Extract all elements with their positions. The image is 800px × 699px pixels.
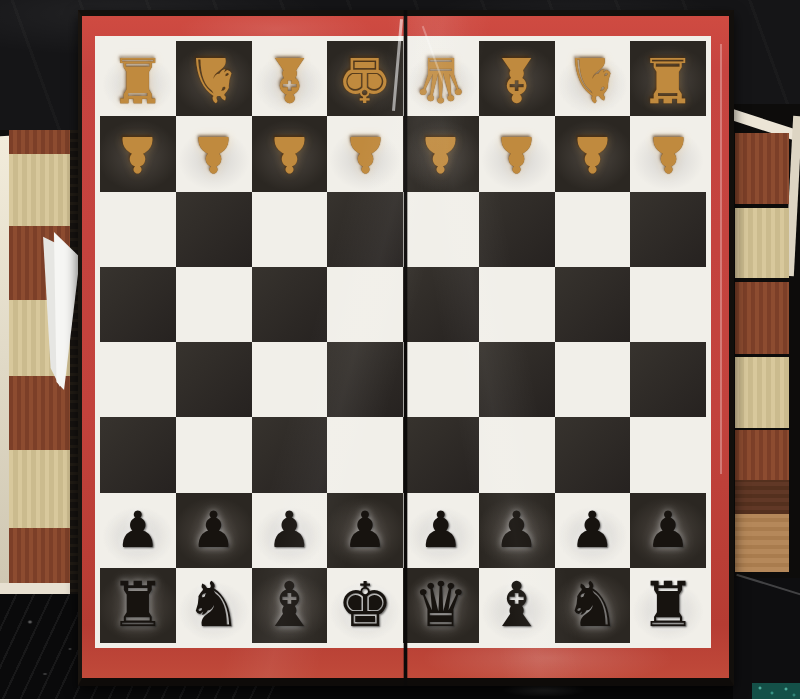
square-h4 bbox=[100, 267, 176, 342]
piece-black-pawn: ♟ bbox=[343, 505, 388, 555]
paper-sheets bbox=[38, 232, 80, 390]
piece-white-knight: ♞ bbox=[565, 48, 621, 110]
square-d4 bbox=[403, 267, 479, 342]
square-f5 bbox=[252, 342, 328, 417]
square-e6 bbox=[327, 417, 403, 492]
piece-white-bishop: ♝ bbox=[262, 48, 318, 110]
square-h7: ♟ bbox=[100, 493, 176, 568]
wood-square bbox=[735, 357, 789, 428]
piece-white-pawn: ♟ bbox=[343, 129, 388, 179]
square-c5 bbox=[479, 342, 555, 417]
wood-square bbox=[735, 208, 789, 278]
leather-edge-highlight bbox=[736, 574, 800, 596]
square-d6 bbox=[403, 417, 479, 492]
square-h6 bbox=[100, 417, 176, 492]
piece-black-pawn: ♟ bbox=[570, 505, 615, 555]
square-b6 bbox=[555, 417, 631, 492]
wood-square bbox=[735, 430, 789, 480]
square-b4 bbox=[555, 267, 631, 342]
square-b1: ♞ bbox=[555, 41, 631, 116]
piece-white-bishop: ♝ bbox=[489, 48, 545, 110]
square-g4 bbox=[176, 267, 252, 342]
square-b5 bbox=[555, 342, 631, 417]
square-h1: ♜ bbox=[100, 41, 176, 116]
square-f4 bbox=[252, 267, 328, 342]
wood-square bbox=[9, 154, 71, 226]
piece-white-pawn: ♟ bbox=[418, 129, 463, 179]
chessboard-lid: ♜♞♝♚♛♝♞♜♟♟♟♟♟♟♟♟♟♟♟♟♟♟♟♟♜♞♝♚♛♝♞♜ bbox=[78, 10, 734, 686]
wood-square bbox=[9, 528, 71, 583]
piece-white-pawn: ♟ bbox=[494, 129, 539, 179]
piece-black-bishop: ♝ bbox=[262, 574, 318, 636]
square-f1: ♝ bbox=[252, 41, 328, 116]
square-a8: ♜ bbox=[630, 568, 706, 643]
square-c1: ♝ bbox=[479, 41, 555, 116]
piece-black-king: ♚ bbox=[337, 574, 393, 636]
piece-black-pawn: ♟ bbox=[191, 505, 236, 555]
piece-white-pawn: ♟ bbox=[646, 129, 691, 179]
square-h5 bbox=[100, 342, 176, 417]
piece-black-queen: ♛ bbox=[413, 574, 469, 636]
piece-white-pawn: ♟ bbox=[115, 129, 160, 179]
shrink-wrap-edge-highlight bbox=[720, 44, 722, 474]
square-g8: ♞ bbox=[176, 568, 252, 643]
square-a5 bbox=[630, 342, 706, 417]
square-g2: ♟ bbox=[176, 116, 252, 191]
piece-white-rook: ♜ bbox=[110, 48, 166, 110]
square-f2: ♟ bbox=[252, 116, 328, 191]
square-a2: ♟ bbox=[630, 116, 706, 191]
floor-right bbox=[733, 578, 800, 699]
square-d5 bbox=[403, 342, 479, 417]
wood-square bbox=[735, 133, 789, 204]
piece-black-knight: ♞ bbox=[565, 574, 621, 636]
piece-white-pawn: ♟ bbox=[191, 129, 236, 179]
piece-black-pawn: ♟ bbox=[494, 505, 539, 555]
square-c8: ♝ bbox=[479, 568, 555, 643]
square-g6 bbox=[176, 417, 252, 492]
square-e4 bbox=[327, 267, 403, 342]
photo-scene: ♜♞♝♚♛♝♞♜♟♟♟♟♟♟♟♟♟♟♟♟♟♟♟♟♜♞♝♚♛♝♞♜ bbox=[0, 0, 800, 699]
square-c6 bbox=[479, 417, 555, 492]
square-f3 bbox=[252, 192, 328, 267]
square-f7: ♟ bbox=[252, 493, 328, 568]
box-frame-wood bbox=[735, 514, 789, 572]
square-c2: ♟ bbox=[479, 116, 555, 191]
teal-fabric bbox=[752, 683, 800, 699]
square-a3 bbox=[630, 192, 706, 267]
square-d8: ♛ bbox=[403, 568, 479, 643]
piece-black-pawn: ♟ bbox=[646, 505, 691, 555]
square-e3 bbox=[327, 192, 403, 267]
square-d7: ♟ bbox=[403, 493, 479, 568]
square-f8: ♝ bbox=[252, 568, 328, 643]
wood-square bbox=[735, 282, 789, 354]
square-c7: ♟ bbox=[479, 493, 555, 568]
piece-black-knight: ♞ bbox=[186, 574, 242, 636]
piece-black-rook: ♜ bbox=[110, 574, 166, 636]
square-e2: ♟ bbox=[327, 116, 403, 191]
wooden-box-right bbox=[733, 104, 800, 578]
square-c4 bbox=[479, 267, 555, 342]
piece-white-rook: ♜ bbox=[640, 48, 696, 110]
square-h3 bbox=[100, 192, 176, 267]
square-b7: ♟ bbox=[555, 493, 631, 568]
square-b2: ♟ bbox=[555, 116, 631, 191]
square-g3 bbox=[176, 192, 252, 267]
square-f6 bbox=[252, 417, 328, 492]
square-c3 bbox=[479, 192, 555, 267]
piece-black-pawn: ♟ bbox=[267, 505, 312, 555]
square-a4 bbox=[630, 267, 706, 342]
piece-black-pawn: ♟ bbox=[418, 505, 463, 555]
fold-seam bbox=[403, 10, 408, 686]
square-b3 bbox=[555, 192, 631, 267]
piece-white-pawn: ♟ bbox=[267, 129, 312, 179]
square-e5 bbox=[327, 342, 403, 417]
square-d2: ♟ bbox=[403, 116, 479, 191]
box-frame-wood bbox=[735, 480, 789, 514]
square-g5 bbox=[176, 342, 252, 417]
square-a7: ♟ bbox=[630, 493, 706, 568]
square-h8: ♜ bbox=[100, 568, 176, 643]
square-e7: ♟ bbox=[327, 493, 403, 568]
square-a1: ♜ bbox=[630, 41, 706, 116]
square-g7: ♟ bbox=[176, 493, 252, 568]
square-e8: ♚ bbox=[327, 568, 403, 643]
wood-square bbox=[9, 130, 71, 154]
piece-black-bishop: ♝ bbox=[489, 574, 545, 636]
piece-white-pawn: ♟ bbox=[570, 129, 615, 179]
piece-black-rook: ♜ bbox=[640, 574, 696, 636]
square-b8: ♞ bbox=[555, 568, 631, 643]
piece-white-knight: ♞ bbox=[186, 48, 242, 110]
piece-black-pawn: ♟ bbox=[115, 505, 160, 555]
piece-white-king: ♚ bbox=[337, 48, 393, 110]
wood-frame-edge-left bbox=[0, 136, 9, 586]
square-d3 bbox=[403, 192, 479, 267]
square-a6 bbox=[630, 417, 706, 492]
square-h2: ♟ bbox=[100, 116, 176, 191]
wood-square bbox=[9, 450, 71, 528]
square-g1: ♞ bbox=[176, 41, 252, 116]
